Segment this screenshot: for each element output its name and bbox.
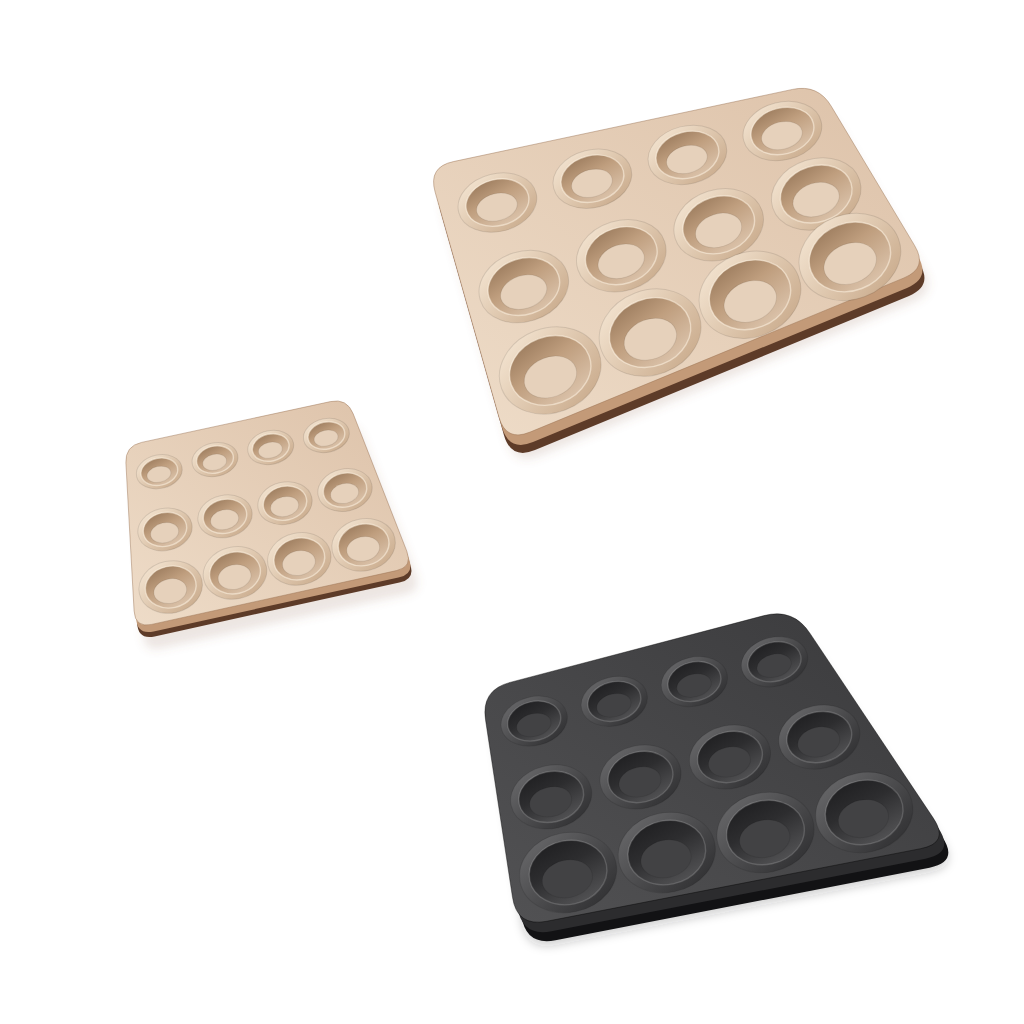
muffin-pans-illustration: [0, 0, 1024, 1024]
muffin-pan-black: [485, 614, 948, 946]
muffin-pan-gold-small: [126, 401, 418, 649]
product-photo: [0, 0, 1024, 1024]
muffin-pan-gold-large: [434, 88, 929, 459]
